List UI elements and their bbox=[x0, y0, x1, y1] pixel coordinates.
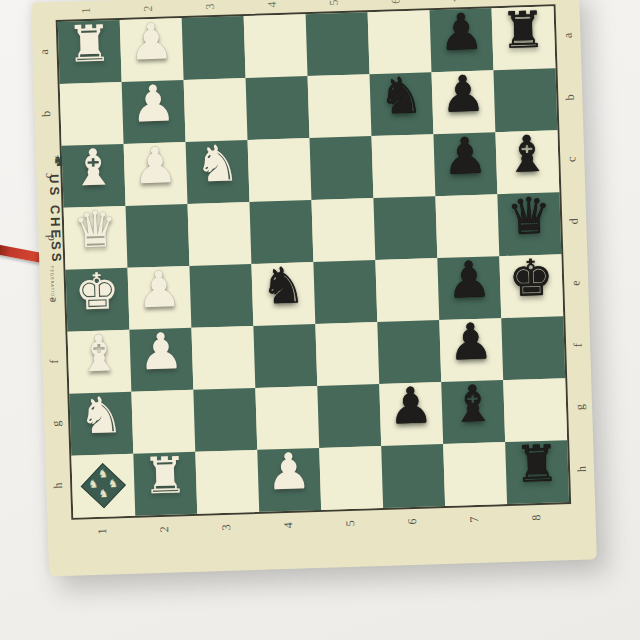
piece-black-rook-h8[interactable]: ♜ bbox=[505, 433, 569, 497]
square-c4[interactable] bbox=[248, 138, 312, 202]
square-f4[interactable] bbox=[253, 324, 317, 388]
square-c7[interactable]: ♟ bbox=[433, 132, 497, 196]
square-a8[interactable]: ♜ bbox=[492, 6, 556, 70]
square-c5[interactable] bbox=[310, 136, 374, 200]
rank-label-bottom-7: 7 bbox=[443, 510, 505, 528]
piece-black-pawn-e7[interactable]: ♟ bbox=[437, 249, 501, 313]
rank-label-bottom-3: 3 bbox=[195, 518, 257, 536]
piece-white-pawn-h4[interactable]: ♟ bbox=[257, 441, 321, 505]
square-a3[interactable] bbox=[182, 16, 246, 80]
square-e3[interactable] bbox=[189, 264, 253, 328]
file-label-right-b: b bbox=[560, 66, 580, 129]
square-d3[interactable] bbox=[188, 202, 252, 266]
rank-label-bottom-2: 2 bbox=[133, 520, 195, 538]
square-g1[interactable]: ♞ bbox=[69, 392, 133, 456]
piece-black-rook-a8[interactable]: ♜ bbox=[491, 0, 555, 63]
piece-white-rook-h2[interactable]: ♜ bbox=[133, 445, 197, 509]
square-b6[interactable]: ♞ bbox=[370, 72, 434, 136]
file-label-right-e: e bbox=[566, 251, 586, 314]
piece-black-pawn-c7[interactable]: ♟ bbox=[433, 125, 497, 189]
rank-label-top-3: 3 bbox=[179, 0, 241, 15]
square-a1[interactable]: ♜ bbox=[58, 20, 122, 84]
square-h6[interactable] bbox=[381, 444, 445, 508]
square-h3[interactable] bbox=[195, 450, 259, 514]
square-g7[interactable]: ♝ bbox=[441, 380, 505, 444]
piece-black-pawn-f7[interactable]: ♟ bbox=[439, 311, 503, 375]
square-a5[interactable] bbox=[306, 12, 370, 76]
file-label-right-c: c bbox=[562, 128, 582, 191]
us-chess-logo: ♞♞♞♞ bbox=[81, 463, 126, 508]
piece-white-pawn-b2[interactable]: ♟ bbox=[121, 73, 185, 137]
square-h1[interactable]: ♞♞♞♞ bbox=[71, 454, 135, 518]
piece-black-pawn-g6[interactable]: ♟ bbox=[379, 375, 443, 439]
square-g3[interactable] bbox=[193, 388, 257, 452]
square-h8[interactable]: ♜ bbox=[505, 440, 569, 504]
file-label-right-d: d bbox=[564, 190, 584, 253]
vinyl-chess-mat: 12345678 abcdefgh abcdefgh 12345678 ♞ US… bbox=[31, 0, 597, 576]
square-b5[interactable] bbox=[308, 74, 372, 138]
square-f2[interactable]: ♟ bbox=[129, 328, 193, 392]
file-label-left-b: b bbox=[37, 82, 57, 145]
board-border: ♜♟♟♜♟♞♟♝♟♞♟♝♛♛♚♟♞♟♚♝♟♟♞♟♝♞♞♞♞♜♟♜ bbox=[56, 4, 571, 519]
rank-label-top-4: 4 bbox=[241, 0, 303, 13]
piece-black-bishop-c8[interactable]: ♝ bbox=[495, 123, 559, 187]
piece-white-king-e1[interactable]: ♚ bbox=[65, 261, 129, 325]
square-h2[interactable]: ♜ bbox=[133, 452, 197, 516]
file-label-left-f: f bbox=[44, 330, 64, 393]
file-label-left-g: g bbox=[46, 392, 66, 455]
square-h7[interactable] bbox=[443, 442, 507, 506]
piece-white-pawn-e2[interactable]: ♟ bbox=[127, 259, 191, 323]
photo-frame: 12345678 abcdefgh abcdefgh 12345678 ♞ US… bbox=[0, 0, 640, 640]
rank-label-bottom-4: 4 bbox=[257, 516, 319, 534]
piece-black-king-e8[interactable]: ♚ bbox=[499, 247, 563, 311]
piece-white-knight-c3[interactable]: ♞ bbox=[185, 133, 249, 197]
rank-label-bottom-6: 6 bbox=[381, 512, 443, 530]
rank-label-bottom-8: 8 bbox=[505, 508, 567, 526]
square-c3[interactable]: ♞ bbox=[186, 140, 250, 204]
square-h4[interactable]: ♟ bbox=[257, 448, 321, 512]
square-b4[interactable] bbox=[246, 76, 310, 140]
square-d6[interactable] bbox=[373, 196, 437, 260]
chess-board: ♜♟♟♜♟♞♟♝♟♞♟♝♛♛♚♟♞♟♚♝♟♟♞♟♝♞♞♞♞♜♟♜ bbox=[58, 6, 569, 517]
square-e4[interactable]: ♞ bbox=[251, 262, 315, 326]
rank-label-bottom-1: 1 bbox=[72, 522, 134, 540]
square-h5[interactable] bbox=[319, 446, 383, 510]
square-e6[interactable] bbox=[375, 258, 439, 322]
piece-white-queen-d1[interactable]: ♛ bbox=[63, 199, 127, 263]
piece-black-pawn-b7[interactable]: ♟ bbox=[431, 63, 495, 127]
square-g6[interactable]: ♟ bbox=[379, 382, 443, 446]
square-f5[interactable] bbox=[315, 322, 379, 386]
file-label-right-h: h bbox=[572, 437, 592, 500]
piece-black-bishop-g7[interactable]: ♝ bbox=[441, 373, 505, 437]
file-label-right-g: g bbox=[570, 375, 590, 438]
square-g5[interactable] bbox=[317, 384, 381, 448]
file-label-left-h: h bbox=[48, 454, 68, 517]
piece-black-pawn-a7[interactable]: ♟ bbox=[429, 1, 493, 65]
piece-black-knight-e4[interactable]: ♞ bbox=[251, 255, 315, 319]
piece-black-knight-b6[interactable]: ♞ bbox=[369, 65, 433, 129]
brand-subtext: FEDERATION bbox=[49, 267, 55, 302]
file-label-right-a: a bbox=[558, 4, 578, 67]
rank-label-bottom-5: 5 bbox=[319, 514, 381, 532]
piece-white-pawn-f2[interactable]: ♟ bbox=[129, 321, 193, 385]
piece-white-bishop-f1[interactable]: ♝ bbox=[67, 323, 131, 387]
square-a4[interactable] bbox=[244, 14, 308, 78]
piece-white-pawn-c2[interactable]: ♟ bbox=[123, 135, 187, 199]
square-f3[interactable] bbox=[191, 326, 255, 390]
file-label-right-f: f bbox=[568, 313, 588, 376]
square-c2[interactable]: ♟ bbox=[124, 142, 188, 206]
file-label-left-a: a bbox=[35, 20, 55, 83]
piece-white-rook-a1[interactable]: ♜ bbox=[58, 13, 122, 77]
piece-black-queen-d8[interactable]: ♛ bbox=[497, 185, 561, 249]
piece-white-knight-g1[interactable]: ♞ bbox=[69, 385, 133, 449]
square-e5[interactable] bbox=[313, 260, 377, 324]
square-d5[interactable] bbox=[311, 198, 375, 262]
piece-white-pawn-a2[interactable]: ♟ bbox=[119, 11, 183, 75]
square-e8[interactable]: ♚ bbox=[499, 254, 563, 318]
square-f8[interactable] bbox=[501, 316, 565, 380]
square-c6[interactable] bbox=[371, 134, 435, 198]
piece-white-bishop-c1[interactable]: ♝ bbox=[61, 137, 125, 201]
